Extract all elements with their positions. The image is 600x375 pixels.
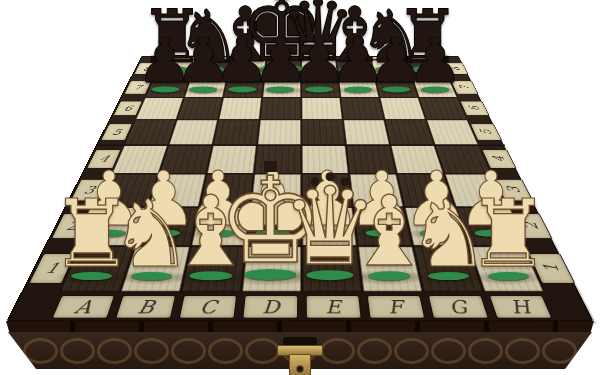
carved-ellipse	[134, 338, 169, 364]
square-b6[interactable]	[177, 98, 223, 120]
carved-ellipse	[60, 338, 95, 364]
board-front-edge	[6, 321, 594, 333]
carved-ellipse	[208, 338, 243, 364]
square-f5[interactable]	[343, 120, 390, 145]
carved-ellipse	[394, 338, 429, 364]
pawn-glyph: ♟	[403, 29, 467, 93]
file-label-F: F	[368, 296, 424, 318]
carved-ellipse	[505, 338, 540, 364]
carved-ellipse	[431, 338, 466, 364]
file-label-text: F	[386, 297, 404, 318]
piece-white-rook[interactable]: ♜	[462, 188, 555, 281]
file-label-text: H	[507, 297, 534, 318]
king-finial-cube	[264, 161, 277, 173]
file-label-G: G	[429, 296, 488, 318]
file-label-E: E	[307, 296, 361, 318]
file-label-text: B	[135, 297, 156, 318]
square-d5[interactable]	[257, 120, 301, 145]
file-label-A: A	[53, 296, 114, 318]
carved-ellipse	[245, 338, 280, 364]
carved-ellipse	[357, 338, 392, 364]
square-c6[interactable]	[218, 98, 262, 120]
file-label-H: H	[490, 296, 551, 318]
rank-label-text: 6	[122, 104, 134, 112]
fold-seam	[97, 145, 506, 146]
file-label-text: D	[261, 297, 279, 318]
carved-ellipse	[468, 338, 503, 364]
rank-label-text: 5	[110, 127, 123, 136]
chess-set-photo: 8877665544332211ABCDEFGH ♜♞♝♚♛♝♞♜♟♟♟♟♟♟♟…	[0, 0, 600, 375]
square-d6[interactable]	[260, 98, 302, 120]
carved-ellipse	[542, 338, 577, 364]
file-label-D: D	[243, 296, 297, 318]
carved-ellipse	[23, 338, 58, 364]
file-label-C: C	[180, 296, 236, 318]
square-b5[interactable]	[168, 120, 218, 145]
square-e6[interactable]	[301, 98, 343, 120]
carved-ellipse	[320, 338, 355, 364]
rook-glyph: ♜	[462, 188, 555, 281]
rank-label-text: 5	[477, 129, 496, 134]
carved-ellipse	[171, 338, 206, 364]
file-label-text: G	[446, 297, 469, 318]
rank-label-text: 6	[466, 106, 483, 110]
piece-black-pawn[interactable]: ♟	[403, 29, 467, 93]
file-label-B: B	[116, 296, 174, 318]
file-label-text: C	[198, 297, 218, 318]
carved-ellipse	[97, 338, 132, 364]
square-f6[interactable]	[340, 98, 384, 120]
file-label-text: A	[72, 297, 95, 318]
brass-clasp-hole	[296, 365, 304, 373]
file-label-text: E	[325, 297, 342, 318]
square-c5[interactable]	[213, 120, 260, 145]
square-e5[interactable]	[301, 120, 345, 145]
